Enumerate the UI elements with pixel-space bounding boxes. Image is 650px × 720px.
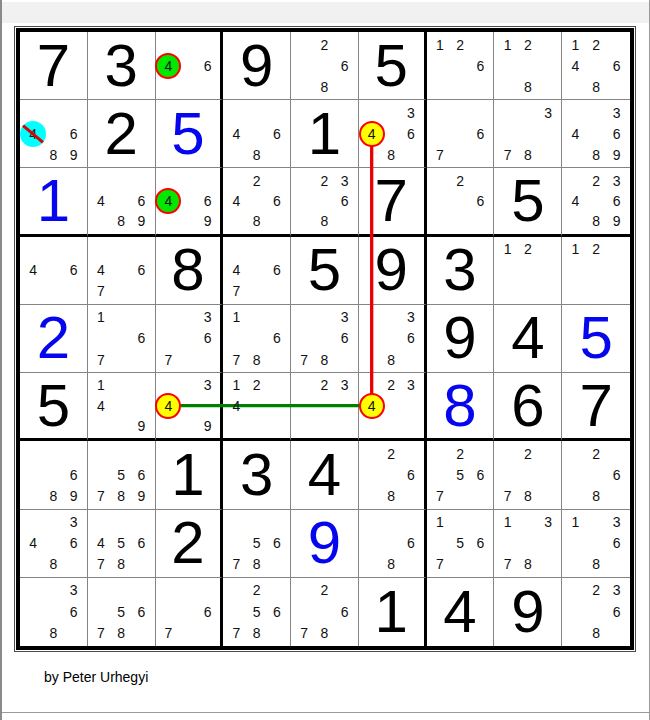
candidate-7: 7	[91, 281, 111, 302]
solved-digit: 8	[427, 373, 494, 438]
cell-r3c4[interactable]: 2468	[223, 168, 291, 236]
cell-r4c4[interactable]: 467	[223, 237, 291, 305]
candidate-7: 7	[91, 554, 111, 575]
cell-r6c4[interactable]: 124	[223, 373, 291, 441]
candidate-8: 8	[381, 554, 401, 575]
candidate-3: 3	[335, 375, 355, 395]
cell-r4c9[interactable]: 12	[562, 237, 630, 305]
candidate-4-green-circle: 4	[159, 55, 179, 76]
pencilmarks: 1378	[494, 510, 561, 577]
candidate-6: 6	[606, 601, 627, 622]
candidate-6: 6	[267, 123, 287, 144]
candidate-2: 2	[247, 170, 267, 190]
candidate-7: 7	[497, 485, 517, 506]
candidate-7: 7	[226, 623, 246, 644]
candidate-8: 8	[247, 144, 267, 165]
given-digit: 4	[291, 441, 358, 508]
candidate-4: 4	[226, 123, 246, 144]
pencilmarks: 2468	[223, 168, 290, 233]
pencilmarks: 45678	[88, 510, 155, 577]
candidate-1: 1	[565, 34, 586, 55]
candidate-2: 2	[247, 580, 267, 601]
cell-r3c5[interactable]: 2368	[291, 168, 359, 236]
candidate-8: 8	[381, 349, 401, 370]
candidate-6: 6	[64, 464, 84, 485]
pencilmarks: 268	[359, 441, 424, 508]
pencilmarks: 56789	[88, 441, 155, 508]
pencilmarks: 2678	[291, 578, 358, 646]
pencilmarks: 2368	[291, 168, 358, 233]
candidate-3: 3	[198, 307, 218, 328]
given-digit: 3	[223, 441, 290, 508]
candidate-8: 8	[381, 485, 401, 506]
given-digit: 4	[427, 578, 494, 646]
candidate-6: 6	[131, 191, 151, 211]
candidate-9: 9	[606, 211, 627, 231]
candidate-2: 2	[450, 443, 470, 464]
candidate-5: 5	[450, 533, 470, 554]
candidate-4: 4	[565, 191, 586, 211]
given-digit: 9	[359, 237, 424, 304]
candidate-6: 6	[470, 123, 490, 144]
candidate-7: 7	[430, 554, 450, 575]
candidate-4: 4	[91, 396, 111, 416]
candidate-4: 4	[226, 396, 246, 416]
candidate-2: 2	[518, 443, 538, 464]
candidate-4: 4	[91, 191, 111, 211]
candidate-1: 1	[497, 512, 517, 533]
candidate-3: 3	[335, 170, 355, 190]
cell-r8c8[interactable]: 1378	[494, 510, 562, 578]
candidate-8: 8	[381, 144, 401, 165]
cell-r4c8[interactable]: 12	[494, 237, 562, 305]
sudoku-board: 7346926851261281246846892546813468673783…	[16, 28, 634, 650]
candidate-6: 6	[470, 533, 490, 554]
cell-r5c4[interactable]: 1678	[223, 305, 291, 373]
pencilmarks: 34689	[562, 100, 630, 167]
candidate-9: 9	[606, 144, 627, 165]
cell-r1c2[interactable]: 3	[88, 32, 156, 100]
candidate-2: 2	[518, 34, 538, 55]
cell-r5c9[interactable]: 5	[562, 305, 630, 373]
pencilmarks: 25678	[223, 578, 290, 646]
candidate-1: 1	[565, 239, 586, 260]
candidate-7: 7	[91, 485, 111, 506]
candidate-6: 6	[198, 191, 218, 211]
given-digit: 3	[88, 32, 155, 99]
candidate-3: 3	[606, 580, 627, 601]
candidate-1: 1	[497, 34, 517, 55]
candidate-6: 6	[267, 601, 287, 622]
cell-r6c1[interactable]: 5	[20, 373, 88, 441]
cell-r1c7[interactable]: 126	[427, 32, 495, 100]
candidate-3: 3	[538, 512, 558, 533]
candidate-6: 6	[401, 328, 421, 349]
cell-r1c5[interactable]: 268	[291, 32, 359, 100]
pencilmarks: 46	[20, 237, 87, 304]
candidate-3: 3	[538, 102, 558, 123]
candidate-3: 3	[401, 375, 421, 395]
candidate-2: 2	[314, 580, 334, 601]
candidate-3: 3	[401, 307, 421, 328]
cell-r3c2[interactable]: 4689	[88, 168, 156, 236]
cell-r8c5[interactable]: 9	[291, 510, 359, 578]
candidate-9: 9	[198, 211, 218, 231]
given-digit: 7	[20, 32, 87, 99]
solved-digit: 9	[291, 510, 358, 577]
solved-digit: 5	[156, 100, 221, 167]
candidate-8: 8	[111, 554, 131, 575]
given-digit: 1	[291, 100, 358, 167]
cell-r2c1[interactable]: 4689	[20, 100, 88, 168]
candidate-3: 3	[606, 512, 627, 533]
candidate-8: 8	[586, 554, 607, 575]
candidate-5: 5	[111, 601, 131, 622]
candidate-6: 6	[470, 55, 490, 76]
pencilmarks: 3468	[20, 510, 87, 577]
cell-r6c8[interactable]: 6	[494, 373, 562, 441]
pencilmarks: 1368	[562, 510, 630, 577]
cell-r8c6[interactable]: 68	[359, 510, 427, 578]
cell-r2c6[interactable]: 3468	[359, 100, 427, 168]
cell-r5c5[interactable]: 3678	[291, 305, 359, 373]
given-digit: 2	[88, 100, 155, 167]
solved-digit: 1	[20, 168, 87, 233]
pencilmarks: 5678	[223, 510, 290, 577]
candidate-8: 8	[43, 144, 63, 165]
candidate-2: 2	[518, 239, 538, 260]
cell-r5c3[interactable]: 367	[156, 305, 224, 373]
cell-r9c1[interactable]: 368	[20, 578, 88, 646]
candidate-3: 3	[606, 102, 627, 123]
pencilmarks: 278	[494, 441, 561, 508]
candidate-7: 7	[497, 144, 517, 165]
cell-r4c7[interactable]: 3	[427, 237, 495, 305]
cell-r9c8[interactable]: 9	[494, 578, 562, 646]
candidate-5: 5	[111, 464, 131, 485]
cell-r5c1[interactable]: 2	[20, 305, 88, 373]
cell-r8c7[interactable]: 1567	[427, 510, 495, 578]
candidate-2: 2	[586, 580, 607, 601]
cell-r7c4[interactable]: 3	[223, 441, 291, 509]
candidate-6: 6	[64, 601, 84, 622]
candidate-9: 9	[131, 211, 151, 231]
candidate-2: 2	[450, 34, 470, 55]
cell-r4c3[interactable]: 8	[156, 237, 224, 305]
candidate-2: 2	[450, 170, 470, 190]
given-digit: 2	[156, 510, 221, 577]
cell-r3c3[interactable]: 469	[156, 168, 224, 236]
cell-r8c1[interactable]: 3468	[20, 510, 88, 578]
candidate-6: 6	[470, 191, 490, 211]
pencilmarks: 4689	[88, 168, 155, 233]
candidate-6: 6	[606, 123, 627, 144]
pencilmarks: 67	[427, 100, 494, 167]
pencilmarks: 124	[223, 373, 290, 438]
cell-r7c1[interactable]: 689	[20, 441, 88, 509]
cell-r2c4[interactable]: 468	[223, 100, 291, 168]
cell-r1c4[interactable]: 9	[223, 32, 291, 100]
pencilmarks: 3468	[359, 100, 424, 167]
candidate-6: 6	[131, 464, 151, 485]
candidate-9: 9	[131, 416, 151, 436]
sudoku-page: 7346926851261281246846892546813468673783…	[0, 0, 650, 720]
candidate-6: 6	[335, 328, 355, 349]
candidate-7: 7	[497, 554, 517, 575]
candidate-1: 1	[226, 375, 246, 395]
cell-r6c2[interactable]: 149	[88, 373, 156, 441]
pencilmarks: 12	[562, 237, 630, 304]
candidate-8: 8	[111, 485, 131, 506]
solved-digit: 2	[20, 305, 87, 372]
cell-r1c8[interactable]: 128	[494, 32, 562, 100]
pencilmarks: 378	[494, 100, 561, 167]
candidate-4-yellow-circle: 4	[362, 396, 382, 416]
candidate-8: 8	[314, 211, 334, 231]
pencilmarks: 149	[88, 373, 155, 438]
cell-r2c5[interactable]: 1	[291, 100, 359, 168]
candidate-8: 8	[586, 623, 607, 644]
candidate-4-yellow-circle: 4	[362, 123, 382, 144]
candidate-6: 6	[131, 601, 151, 622]
candidate-4: 4	[23, 260, 43, 281]
candidate-9: 9	[198, 416, 218, 436]
cell-r2c7[interactable]: 67	[427, 100, 495, 168]
pencilmarks: 12	[494, 237, 561, 304]
cell-r9c6[interactable]: 1	[359, 578, 427, 646]
solved-digit: 5	[562, 305, 630, 372]
candidate-4-yellow-circle: 4	[159, 396, 179, 416]
pencilmarks: 467	[88, 237, 155, 304]
cell-r8c2[interactable]: 45678	[88, 510, 156, 578]
given-digit: 8	[156, 237, 221, 304]
cell-r7c3[interactable]: 1	[156, 441, 224, 509]
candidate-6: 6	[606, 464, 627, 485]
cell-r8c4[interactable]: 5678	[223, 510, 291, 578]
cell-r4c5[interactable]: 5	[291, 237, 359, 305]
candidate-8: 8	[314, 76, 334, 97]
cell-r6c6[interactable]: 234	[359, 373, 427, 441]
pencilmarks: 469	[156, 168, 221, 233]
candidate-8: 8	[247, 211, 267, 231]
cell-r9c7[interactable]: 4	[427, 578, 495, 646]
pencilmarks: 234	[359, 373, 424, 438]
candidate-7: 7	[226, 554, 246, 575]
cell-r6c5[interactable]: 23	[291, 373, 359, 441]
candidate-8: 8	[518, 76, 538, 97]
candidate-8: 8	[247, 554, 267, 575]
pencilmarks: 4689	[20, 100, 87, 167]
candidate-7: 7	[294, 349, 314, 370]
cell-r5c6[interactable]: 368	[359, 305, 427, 373]
candidate-2: 2	[586, 239, 607, 260]
candidate-8: 8	[586, 76, 607, 97]
given-digit: 7	[359, 168, 424, 233]
cell-r7c5[interactable]: 4	[291, 441, 359, 509]
cell-r1c9[interactable]: 12468	[562, 32, 630, 100]
candidate-8: 8	[111, 211, 131, 231]
cell-r6c9[interactable]: 7	[562, 373, 630, 441]
candidate-7: 7	[91, 623, 111, 644]
pencilmarks: 167	[88, 305, 155, 372]
cell-r3c1[interactable]: 1	[20, 168, 88, 236]
top-bar	[2, 2, 649, 23]
candidate-8: 8	[43, 623, 63, 644]
cell-r8c3[interactable]: 2	[156, 510, 224, 578]
candidate-3: 3	[198, 375, 218, 395]
cell-r4c2[interactable]: 467	[88, 237, 156, 305]
cell-r3c8[interactable]: 5	[494, 168, 562, 236]
pencilmarks: 467	[223, 237, 290, 304]
candidate-6: 6	[64, 123, 84, 144]
pencilmarks: 67	[156, 578, 221, 646]
cell-r7c7[interactable]: 2567	[427, 441, 495, 509]
candidate-6: 6	[335, 601, 355, 622]
candidate-7: 7	[91, 349, 111, 370]
candidate-7: 7	[430, 144, 450, 165]
cell-r9c3[interactable]: 67	[156, 578, 224, 646]
cell-r8c9[interactable]: 1368	[562, 510, 630, 578]
pencilmarks: 268	[291, 32, 358, 99]
candidate-4: 4	[565, 55, 586, 76]
pencilmarks: 368	[20, 578, 87, 646]
cell-r3c7[interactable]: 26	[427, 168, 495, 236]
cell-r2c2[interactable]: 2	[88, 100, 156, 168]
candidate-6: 6	[401, 533, 421, 554]
cell-r3c6[interactable]: 7	[359, 168, 427, 236]
pencilmarks: 349	[156, 373, 221, 438]
candidate-7: 7	[159, 623, 179, 644]
candidate-8: 8	[518, 485, 538, 506]
cell-r2c9[interactable]: 34689	[562, 100, 630, 168]
given-digit: 5	[359, 32, 424, 99]
candidate-7: 7	[430, 485, 450, 506]
candidate-6: 6	[198, 55, 218, 76]
cell-r4c6[interactable]: 9	[359, 237, 427, 305]
candidate-8: 8	[43, 554, 63, 575]
candidate-2: 2	[314, 375, 334, 395]
cell-r5c2[interactable]: 167	[88, 305, 156, 373]
candidate-4: 4	[226, 191, 246, 211]
pencilmarks: 26	[427, 168, 494, 233]
cell-r1c6[interactable]: 5	[359, 32, 427, 100]
candidate-6: 6	[335, 191, 355, 211]
pencilmarks: 5678	[88, 578, 155, 646]
cell-r2c8[interactable]: 378	[494, 100, 562, 168]
candidate-9: 9	[131, 485, 151, 506]
pencilmarks: 1567	[427, 510, 494, 577]
candidate-4-cyan-circle-eliminated: 4	[23, 123, 43, 144]
candidate-3: 3	[64, 580, 84, 601]
candidate-8: 8	[518, 554, 538, 575]
candidate-6: 6	[267, 533, 287, 554]
candidate-7: 7	[159, 349, 179, 370]
candidate-6: 6	[131, 328, 151, 349]
candidate-6: 6	[64, 260, 84, 281]
pencilmarks: 1678	[223, 305, 290, 372]
candidate-6: 6	[606, 191, 627, 211]
candidate-8: 8	[314, 349, 334, 370]
credit-text: by Peter Urhegyi	[44, 669, 148, 685]
candidate-2: 2	[586, 443, 607, 464]
candidate-3: 3	[64, 512, 84, 533]
candidate-8: 8	[314, 623, 334, 644]
given-digit: 4	[494, 305, 561, 372]
candidate-2: 2	[586, 34, 607, 55]
pencilmarks: 126	[427, 32, 494, 99]
cell-r7c2[interactable]: 56789	[88, 441, 156, 509]
cell-r1c1[interactable]: 7	[20, 32, 88, 100]
pencilmarks: 46	[156, 32, 221, 99]
candidate-4: 4	[226, 260, 246, 281]
pencilmarks: 368	[359, 305, 424, 372]
candidate-6: 6	[401, 123, 421, 144]
cell-r3c9[interactable]: 234689	[562, 168, 630, 236]
candidate-8: 8	[247, 623, 267, 644]
candidate-5: 5	[247, 601, 267, 622]
cell-r2c3[interactable]: 5	[156, 100, 224, 168]
candidate-2: 2	[381, 375, 401, 395]
cell-r6c3[interactable]: 349	[156, 373, 224, 441]
candidate-6: 6	[606, 533, 627, 554]
cell-r9c4[interactable]: 25678	[223, 578, 291, 646]
candidate-6: 6	[131, 260, 151, 281]
candidate-6: 6	[267, 191, 287, 211]
candidate-6: 6	[606, 55, 627, 76]
candidate-8: 8	[43, 485, 63, 506]
pencilmarks: 468	[223, 100, 290, 167]
candidate-8: 8	[586, 211, 607, 231]
cell-r1c3[interactable]: 46	[156, 32, 224, 100]
cell-r9c2[interactable]: 5678	[88, 578, 156, 646]
candidate-2: 2	[381, 443, 401, 464]
cell-r7c6[interactable]: 268	[359, 441, 427, 509]
cell-r5c8[interactable]: 4	[494, 305, 562, 373]
candidate-7: 7	[226, 349, 246, 370]
given-digit: 6	[494, 373, 561, 438]
given-digit: 9	[427, 305, 494, 372]
given-digit: 5	[291, 237, 358, 304]
candidate-2: 2	[314, 34, 334, 55]
pencilmarks: 2368	[562, 578, 630, 646]
candidate-4: 4	[23, 533, 43, 554]
given-digit: 9	[223, 32, 290, 99]
candidate-6: 6	[198, 601, 218, 622]
candidate-1: 1	[226, 307, 246, 328]
cell-r4c1[interactable]: 46	[20, 237, 88, 305]
candidate-8: 8	[518, 144, 538, 165]
candidate-4: 4	[91, 260, 111, 281]
candidate-1: 1	[565, 512, 586, 533]
cell-r7c9[interactable]: 268	[562, 441, 630, 509]
candidate-1: 1	[91, 307, 111, 328]
pencilmarks: 128	[494, 32, 561, 99]
candidate-6: 6	[401, 464, 421, 485]
candidate-9: 9	[64, 144, 84, 165]
candidate-1: 1	[91, 375, 111, 395]
cell-r9c9[interactable]: 2368	[562, 578, 630, 646]
given-digit: 9	[494, 578, 561, 646]
cell-r7c8[interactable]: 278	[494, 441, 562, 509]
candidate-5: 5	[450, 464, 470, 485]
candidate-1: 1	[497, 239, 517, 260]
candidate-5: 5	[111, 533, 131, 554]
candidate-6: 6	[267, 328, 287, 349]
cell-r5c7[interactable]: 9	[427, 305, 495, 373]
cell-r6c7[interactable]: 8	[427, 373, 495, 441]
cell-r9c5[interactable]: 2678	[291, 578, 359, 646]
candidate-8: 8	[111, 623, 131, 644]
